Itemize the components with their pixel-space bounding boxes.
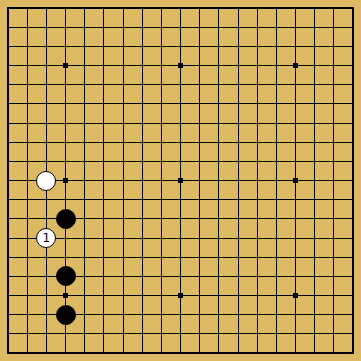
star-point <box>178 293 183 298</box>
stone-white-C7: 1 <box>36 228 56 248</box>
star-point <box>63 293 68 298</box>
stone-white-C10 <box>36 171 56 191</box>
grid-line-vertical <box>333 7 334 354</box>
go-diagram: 1 <box>0 0 361 361</box>
grid-line-vertical <box>352 7 354 354</box>
grid-line-horizontal <box>7 333 354 334</box>
grid-line-horizontal <box>7 257 354 258</box>
grid-line-horizontal <box>7 352 354 354</box>
grid-line-horizontal <box>7 238 354 239</box>
star-point <box>293 293 298 298</box>
grid-line-horizontal <box>7 199 354 200</box>
star-point <box>293 178 298 183</box>
stone-black-D8 <box>56 209 76 229</box>
star-point <box>63 63 68 68</box>
grid-line-vertical <box>314 7 315 354</box>
grid-line-vertical <box>238 7 239 354</box>
star-point <box>178 178 183 183</box>
grid-line-vertical <box>276 7 277 354</box>
star-point <box>63 178 68 183</box>
grid-line-vertical <box>199 7 200 354</box>
grid-line-vertical <box>218 7 219 354</box>
move-number-label: 1 <box>43 232 51 244</box>
stone-black-D3 <box>56 305 76 325</box>
star-point <box>293 63 298 68</box>
star-point <box>178 63 183 68</box>
stone-black-D5 <box>56 266 76 286</box>
go-board: 1 <box>0 0 361 361</box>
grid-line-vertical <box>257 7 258 354</box>
